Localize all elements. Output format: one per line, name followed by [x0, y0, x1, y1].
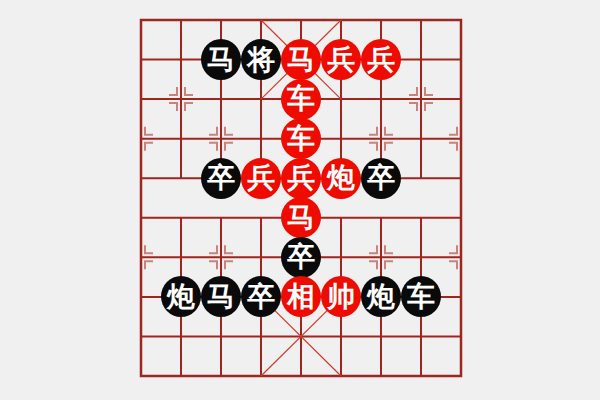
piece-black-horse[interactable]: 马: [201, 276, 241, 317]
pieces-layer: 马将马兵兵车车卒兵兵炮卒马卒炮马卒相帅炮车: [121, 0, 481, 395]
piece-black-pawn[interactable]: 卒: [281, 237, 321, 278]
piece-red-horse[interactable]: 马: [281, 39, 321, 80]
board-point: 兵: [361, 40, 401, 80]
board-point: 相: [281, 277, 321, 317]
board-point: 马: [281, 40, 321, 80]
piece-red-general[interactable]: 帅: [321, 276, 361, 317]
piece-red-horse[interactable]: 马: [281, 197, 321, 238]
board-point: 马: [281, 198, 321, 238]
piece-red-pawn[interactable]: 兵: [241, 158, 281, 199]
piece-black-pawn[interactable]: 卒: [201, 158, 241, 199]
piece-red-pawn[interactable]: 兵: [361, 39, 401, 80]
piece-red-elephant[interactable]: 相: [281, 276, 321, 317]
piece-black-pawn[interactable]: 卒: [361, 158, 401, 199]
board-point: 卒: [281, 237, 321, 277]
piece-black-horse[interactable]: 马: [201, 39, 241, 80]
piece-black-cannon[interactable]: 炮: [161, 276, 201, 317]
piece-black-cannon[interactable]: 炮: [361, 276, 401, 317]
board-point: 卒: [201, 158, 241, 198]
board-point: 将: [241, 40, 281, 80]
board-point: 车: [281, 79, 321, 119]
board-point: 帅: [321, 277, 361, 317]
board-point: 炮: [321, 158, 361, 198]
board-point: 马: [201, 277, 241, 317]
piece-red-pawn[interactable]: 兵: [321, 39, 361, 80]
piece-black-chariot[interactable]: 车: [401, 276, 441, 317]
board-point: 炮: [361, 277, 401, 317]
board-point: 车: [401, 277, 441, 317]
piece-black-pawn[interactable]: 卒: [241, 276, 281, 317]
piece-black-general[interactable]: 将: [241, 39, 281, 80]
board-point: 车: [281, 119, 321, 159]
board-point: 炮: [161, 277, 201, 317]
piece-red-chariot[interactable]: 车: [281, 79, 321, 120]
board-point: 兵: [281, 158, 321, 198]
piece-red-cannon[interactable]: 炮: [321, 158, 361, 199]
board-point: 卒: [241, 277, 281, 317]
board-point: 卒: [361, 158, 401, 198]
board-point: 兵: [241, 158, 281, 198]
board-point: 兵: [321, 40, 361, 80]
xiangqi-diagram: 马将马兵兵车车卒兵兵炮卒马卒炮马卒相帅炮车: [0, 0, 600, 400]
board-point: 马: [201, 40, 241, 80]
piece-red-chariot[interactable]: 车: [281, 118, 321, 159]
piece-red-pawn[interactable]: 兵: [281, 158, 321, 199]
